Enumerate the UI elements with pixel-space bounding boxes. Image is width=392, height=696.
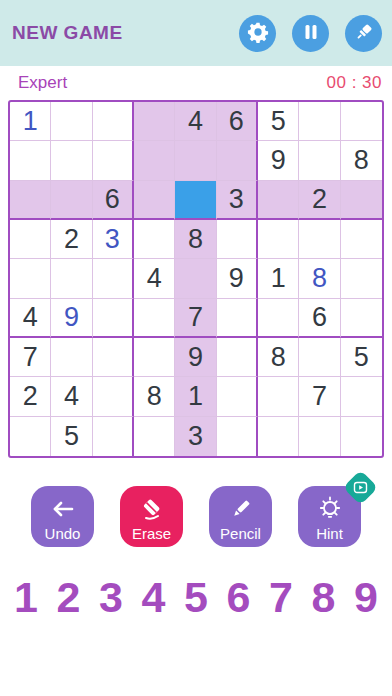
pause-button[interactable] bbox=[292, 15, 329, 52]
cell-r1c6[interactable]: 6 bbox=[217, 102, 258, 141]
cell-r9c5[interactable]: 3 bbox=[175, 417, 216, 456]
header-bar: NEW GAME bbox=[0, 0, 392, 66]
cell-r4c9[interactable] bbox=[341, 220, 382, 259]
status-row: Expert 00 : 30 bbox=[0, 66, 392, 100]
cell-r1c8[interactable] bbox=[299, 102, 340, 141]
difficulty-label: Expert bbox=[18, 73, 67, 93]
gear-icon bbox=[247, 21, 269, 46]
pencil-label: Pencil bbox=[220, 525, 261, 542]
cell-r7c4[interactable] bbox=[134, 338, 175, 377]
cell-r1c9[interactable] bbox=[341, 102, 382, 141]
arrow-left-icon bbox=[50, 495, 76, 523]
cell-r6c9[interactable] bbox=[341, 299, 382, 338]
cell-r6c6[interactable] bbox=[217, 299, 258, 338]
cell-r4c3[interactable]: 3 bbox=[93, 220, 134, 259]
cell-r8c4[interactable]: 8 bbox=[134, 377, 175, 416]
cell-r9c9[interactable] bbox=[341, 417, 382, 456]
hint-button[interactable]: Hint bbox=[298, 486, 361, 547]
cell-r4c4[interactable] bbox=[134, 220, 175, 259]
timer: 00 : 30 bbox=[327, 73, 383, 93]
cell-r5c5[interactable] bbox=[175, 259, 216, 298]
erase-button[interactable]: Erase bbox=[120, 486, 183, 547]
cell-r7c5[interactable]: 9 bbox=[175, 338, 216, 377]
cell-r7c8[interactable] bbox=[299, 338, 340, 377]
numpad-5[interactable]: 5 bbox=[184, 574, 208, 621]
cell-r9c1[interactable] bbox=[10, 417, 51, 456]
numpad-7[interactable]: 7 bbox=[269, 574, 293, 621]
numpad-8[interactable]: 8 bbox=[312, 574, 336, 621]
cell-r6c8[interactable]: 6 bbox=[299, 299, 340, 338]
numpad-4[interactable]: 4 bbox=[142, 574, 166, 621]
cell-r2c4[interactable] bbox=[134, 141, 175, 180]
cell-r3c3[interactable]: 6 bbox=[93, 181, 134, 220]
cell-r8c2[interactable]: 4 bbox=[51, 377, 92, 416]
cell-r8c9[interactable] bbox=[341, 377, 382, 416]
cell-r3c9[interactable] bbox=[341, 181, 382, 220]
cell-r8c5[interactable]: 1 bbox=[175, 377, 216, 416]
video-ad-badge bbox=[343, 470, 378, 505]
cell-r1c2[interactable] bbox=[51, 102, 92, 141]
cell-r3c1[interactable] bbox=[10, 181, 51, 220]
cell-r8c6[interactable] bbox=[217, 377, 258, 416]
cell-r1c3[interactable] bbox=[93, 102, 134, 141]
cell-r5c3[interactable] bbox=[93, 259, 134, 298]
cell-r3c6[interactable]: 3 bbox=[217, 181, 258, 220]
cell-r7c9[interactable]: 5 bbox=[341, 338, 382, 377]
cell-r5c4[interactable]: 4 bbox=[134, 259, 175, 298]
undo-button[interactable]: Undo bbox=[31, 486, 94, 547]
cell-r5c2[interactable] bbox=[51, 259, 92, 298]
cell-r1c1[interactable]: 1 bbox=[10, 102, 51, 141]
lightbulb-icon bbox=[315, 495, 345, 523]
cell-r4c2[interactable]: 2 bbox=[51, 220, 92, 259]
cell-r5c8[interactable]: 8 bbox=[299, 259, 340, 298]
cell-r9c7[interactable] bbox=[258, 417, 299, 456]
numpad-9[interactable]: 9 bbox=[354, 574, 378, 621]
cell-r9c4[interactable] bbox=[134, 417, 175, 456]
numpad-3[interactable]: 3 bbox=[99, 574, 123, 621]
cell-r5c6[interactable]: 9 bbox=[217, 259, 258, 298]
cell-r8c3[interactable] bbox=[93, 377, 134, 416]
numpad-1[interactable]: 1 bbox=[14, 574, 38, 621]
eraser-icon bbox=[139, 495, 165, 523]
header-buttons bbox=[239, 15, 382, 52]
cell-r2c9[interactable]: 8 bbox=[341, 141, 382, 180]
page-title: NEW GAME bbox=[12, 22, 123, 44]
number-pad: 123456789 bbox=[0, 574, 392, 621]
cell-r5c9[interactable] bbox=[341, 259, 382, 298]
paintbrush-icon bbox=[354, 22, 374, 45]
cell-r3c4[interactable] bbox=[134, 181, 175, 220]
pencil-button[interactable]: Pencil bbox=[209, 486, 272, 547]
cell-r6c2[interactable]: 9 bbox=[51, 299, 92, 338]
cell-r7c7[interactable]: 8 bbox=[258, 338, 299, 377]
cell-r4c6[interactable] bbox=[217, 220, 258, 259]
cell-r8c7[interactable] bbox=[258, 377, 299, 416]
cell-r9c2[interactable]: 5 bbox=[51, 417, 92, 456]
cell-r4c5[interactable]: 8 bbox=[175, 220, 216, 259]
cell-r3c5[interactable] bbox=[175, 181, 216, 220]
sudoku-board: 1465986322384918497679852481753 bbox=[8, 100, 384, 458]
cell-r8c1[interactable]: 2 bbox=[10, 377, 51, 416]
cell-r3c8[interactable]: 2 bbox=[299, 181, 340, 220]
theme-brush-button[interactable] bbox=[345, 15, 382, 52]
cell-r4c7[interactable] bbox=[258, 220, 299, 259]
cell-r6c5[interactable]: 7 bbox=[175, 299, 216, 338]
toolbar: Undo Erase bbox=[0, 486, 392, 547]
cell-r3c7[interactable] bbox=[258, 181, 299, 220]
cell-r9c8[interactable] bbox=[299, 417, 340, 456]
cell-r6c3[interactable] bbox=[93, 299, 134, 338]
settings-button[interactable] bbox=[239, 15, 276, 52]
numpad-2[interactable]: 2 bbox=[57, 574, 81, 621]
cell-r6c7[interactable] bbox=[258, 299, 299, 338]
cell-r4c1[interactable] bbox=[10, 220, 51, 259]
cell-r1c4[interactable] bbox=[134, 102, 175, 141]
app-screen: NEW GAME bbox=[0, 0, 392, 696]
cell-r8c8[interactable]: 7 bbox=[299, 377, 340, 416]
cell-r5c1[interactable] bbox=[10, 259, 51, 298]
cell-r2c3[interactable] bbox=[93, 141, 134, 180]
cell-r2c8[interactable] bbox=[299, 141, 340, 180]
cell-r9c3[interactable] bbox=[93, 417, 134, 456]
undo-label: Undo bbox=[45, 525, 81, 542]
cell-r5c7[interactable]: 1 bbox=[258, 259, 299, 298]
cell-r7c1[interactable]: 7 bbox=[10, 338, 51, 377]
cell-r1c7[interactable]: 5 bbox=[258, 102, 299, 141]
cell-r2c6[interactable] bbox=[217, 141, 258, 180]
cell-r2c2[interactable] bbox=[51, 141, 92, 180]
erase-label: Erase bbox=[132, 525, 171, 542]
cell-r7c6[interactable] bbox=[217, 338, 258, 377]
cell-r2c5[interactable] bbox=[175, 141, 216, 180]
cell-r7c2[interactable] bbox=[51, 338, 92, 377]
cell-r4c8[interactable] bbox=[299, 220, 340, 259]
cell-r2c7[interactable]: 9 bbox=[258, 141, 299, 180]
cell-r7c3[interactable] bbox=[93, 338, 134, 377]
pause-icon bbox=[302, 23, 320, 44]
numpad-6[interactable]: 6 bbox=[227, 574, 251, 621]
cell-r2c1[interactable] bbox=[10, 141, 51, 180]
cell-r6c4[interactable] bbox=[134, 299, 175, 338]
cell-r3c2[interactable] bbox=[51, 181, 92, 220]
cell-r1c5[interactable]: 4 bbox=[175, 102, 216, 141]
cell-r9c6[interactable] bbox=[217, 417, 258, 456]
hint-label: Hint bbox=[316, 525, 343, 542]
pencil-icon bbox=[229, 495, 253, 523]
cell-r6c1[interactable]: 4 bbox=[10, 299, 51, 338]
